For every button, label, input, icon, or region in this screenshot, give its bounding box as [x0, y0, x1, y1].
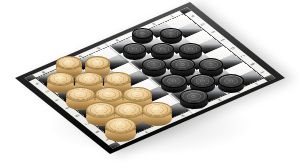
checkers-photo-stage: 87654321 87654321 HGFEDCBA HGFEDCBA — [0, 0, 300, 168]
piece-face — [161, 74, 187, 88]
piece-face — [123, 87, 152, 103]
piece-face — [66, 87, 95, 103]
piece-face — [75, 72, 102, 87]
dark-checker-g2 — [160, 28, 182, 44]
piece-face — [218, 74, 244, 88]
piece-face — [190, 74, 216, 88]
piece-face — [160, 28, 182, 40]
dark-checker-h3 — [132, 28, 154, 44]
dark-checker-a4 — [180, 89, 207, 109]
light-checker-a6 — [142, 102, 172, 126]
pieces-layer — [0, 0, 300, 168]
dark-checker-a2 — [218, 74, 244, 93]
light-checker-a8 — [105, 117, 137, 142]
piece-face — [104, 72, 131, 87]
piece-face — [180, 89, 207, 104]
